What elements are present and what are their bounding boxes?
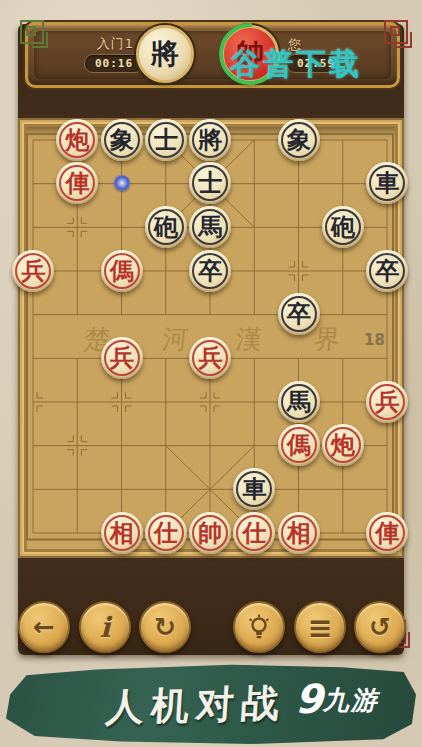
- mode-banner-title: 人机对战: [104, 678, 287, 734]
- piece-char: 卒: [375, 259, 399, 283]
- undo-button[interactable]: ↺: [354, 601, 406, 653]
- restart-button[interactable]: ↻: [139, 601, 191, 653]
- piece-俥[interactable]: 俥: [56, 162, 98, 204]
- watermark-text: 谷普下载: [230, 44, 362, 85]
- ninegame-logo-mark: 9: [295, 676, 323, 722]
- piece-char: 將: [198, 128, 222, 152]
- piece-char: 仕: [154, 521, 178, 545]
- piece-卒[interactable]: 卒: [366, 250, 408, 292]
- piece-士[interactable]: 士: [189, 162, 231, 204]
- back-button[interactable]: ←: [18, 601, 70, 653]
- piece-char: 炮: [65, 128, 89, 152]
- mode-banner: 人机对战 9九游: [6, 664, 416, 744]
- piece-char: 象: [287, 128, 311, 152]
- piece-char: 車: [242, 477, 266, 501]
- last-move-marker-dot: [114, 175, 130, 191]
- undo-icon: ↺: [369, 612, 391, 642]
- piece-char: 車: [375, 171, 399, 195]
- piece-char: 士: [154, 128, 178, 152]
- piece-砲[interactable]: 砲: [322, 206, 364, 248]
- info-icon: i: [100, 611, 111, 644]
- piece-象[interactable]: 象: [101, 119, 143, 161]
- piece-兵[interactable]: 兵: [101, 337, 143, 379]
- piece-char: 馬: [287, 390, 311, 414]
- menu-button[interactable]: ≡: [294, 601, 346, 653]
- back-arrow-icon: ←: [33, 612, 55, 642]
- piece-char: 馬: [198, 215, 222, 239]
- piece-char: 傌: [110, 259, 134, 283]
- piece-char: 砲: [331, 215, 355, 239]
- piece-砲[interactable]: 砲: [145, 206, 187, 248]
- hint-button[interactable]: [233, 601, 285, 653]
- piece-俥[interactable]: 俥: [366, 512, 408, 554]
- opponent-avatar: 將: [136, 25, 194, 83]
- restart-icon: ↻: [154, 612, 176, 642]
- piece-馬[interactable]: 馬: [189, 206, 231, 248]
- piece-相[interactable]: 相: [101, 512, 143, 554]
- piece-layer: 炮象士將象俥士車砲馬砲兵傌卒卒卒兵兵馬兵傌炮車相仕帥仕相俥: [11, 118, 409, 555]
- piece-兵[interactable]: 兵: [366, 381, 408, 423]
- piece-char: 相: [110, 521, 134, 545]
- piece-char: 兵: [198, 346, 222, 370]
- piece-char: 卒: [198, 259, 222, 283]
- piece-傌[interactable]: 傌: [101, 250, 143, 292]
- piece-char: 仕: [242, 521, 266, 545]
- piece-char: 相: [287, 521, 311, 545]
- piece-相[interactable]: 相: [278, 512, 320, 554]
- piece-char: 象: [110, 128, 134, 152]
- piece-士[interactable]: 士: [145, 119, 187, 161]
- piece-車[interactable]: 車: [366, 162, 408, 204]
- info-button[interactable]: i: [79, 601, 131, 653]
- ninegame-logo-text: 九游: [323, 685, 379, 715]
- opponent-name: 入门1: [68, 35, 134, 53]
- ornament-top-left: [20, 20, 44, 44]
- menu-icon: ≡: [307, 610, 332, 645]
- piece-炮[interactable]: 炮: [56, 119, 98, 161]
- piece-char: 砲: [154, 215, 178, 239]
- piece-char: 俥: [65, 171, 89, 195]
- piece-象[interactable]: 象: [278, 119, 320, 161]
- piece-char: 兵: [110, 346, 134, 370]
- piece-仕[interactable]: 仕: [145, 512, 187, 554]
- piece-char: 兵: [21, 259, 45, 283]
- piece-char: 卒: [287, 302, 311, 326]
- piece-卒[interactable]: 卒: [189, 250, 231, 292]
- piece-char: 士: [198, 171, 222, 195]
- lightbulb-icon: [246, 614, 272, 640]
- piece-將[interactable]: 將: [189, 119, 231, 161]
- piece-char: 炮: [331, 433, 355, 457]
- opponent-avatar-piece: 將: [151, 35, 179, 73]
- ninegame-logo: 9九游: [295, 676, 379, 722]
- piece-char: 傌: [287, 433, 311, 457]
- opponent-timer: 00:16: [84, 54, 144, 73]
- piece-帥[interactable]: 帥: [189, 512, 231, 554]
- piece-卒[interactable]: 卒: [278, 293, 320, 335]
- piece-車[interactable]: 車: [233, 468, 275, 510]
- piece-傌[interactable]: 傌: [278, 424, 320, 466]
- piece-char: 兵: [375, 390, 399, 414]
- piece-兵[interactable]: 兵: [12, 250, 54, 292]
- piece-char: 帥: [198, 521, 222, 545]
- piece-仕[interactable]: 仕: [233, 512, 275, 554]
- ornament-top-right: [384, 20, 408, 44]
- piece-char: 俥: [375, 521, 399, 545]
- piece-馬[interactable]: 馬: [278, 381, 320, 423]
- piece-炮[interactable]: 炮: [322, 424, 364, 466]
- piece-兵[interactable]: 兵: [189, 337, 231, 379]
